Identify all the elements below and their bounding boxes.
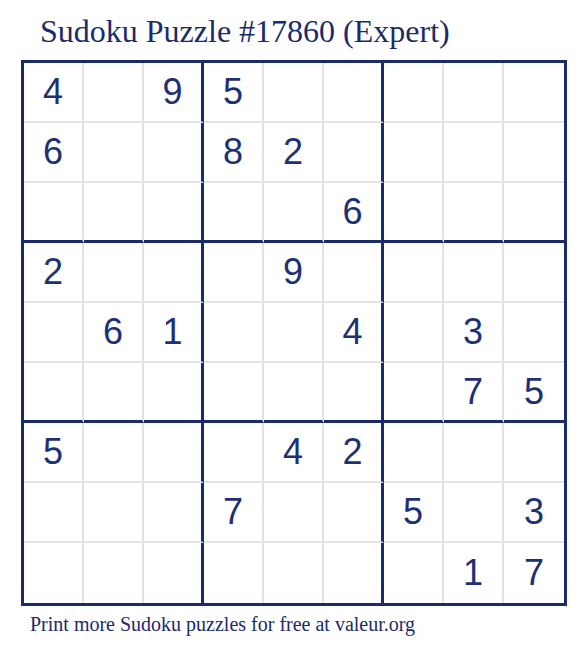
cell-r9c3 bbox=[144, 543, 204, 603]
cell-r8c9: 3 bbox=[504, 483, 564, 543]
cell-r8c8 bbox=[444, 483, 504, 543]
cell-r6c5 bbox=[264, 363, 324, 423]
cell-r2c8 bbox=[444, 123, 504, 183]
cell-r6c9: 5 bbox=[504, 363, 564, 423]
cell-r7c4 bbox=[204, 423, 264, 483]
cell-r5c3: 1 bbox=[144, 303, 204, 363]
cell-r6c8: 7 bbox=[444, 363, 504, 423]
cell-r2c7 bbox=[384, 123, 444, 183]
cell-r7c1: 5 bbox=[24, 423, 84, 483]
cell-r7c8 bbox=[444, 423, 504, 483]
cell-r7c5: 4 bbox=[264, 423, 324, 483]
cell-r7c7 bbox=[384, 423, 444, 483]
cell-r1c7 bbox=[384, 63, 444, 123]
cell-r9c6 bbox=[324, 543, 384, 603]
page-title: Sudoku Puzzle #17860 (Expert) bbox=[40, 13, 450, 49]
cell-r1c1: 4 bbox=[24, 63, 84, 123]
cell-r8c5 bbox=[264, 483, 324, 543]
cell-r8c6 bbox=[324, 483, 384, 543]
cell-r4c5: 9 bbox=[264, 243, 324, 303]
cell-r6c4 bbox=[204, 363, 264, 423]
cell-r8c3 bbox=[144, 483, 204, 543]
cell-r6c6 bbox=[324, 363, 384, 423]
cell-r5c1 bbox=[24, 303, 84, 363]
cell-r6c3 bbox=[144, 363, 204, 423]
cell-r5c9 bbox=[504, 303, 564, 363]
cell-r8c1 bbox=[24, 483, 84, 543]
cell-r8c4: 7 bbox=[204, 483, 264, 543]
cell-r5c5 bbox=[264, 303, 324, 363]
cell-r1c8 bbox=[444, 63, 504, 123]
cell-r4c6 bbox=[324, 243, 384, 303]
sudoku-board: 49568262961437554275317 bbox=[21, 60, 567, 606]
cell-r3c5 bbox=[264, 183, 324, 243]
cell-r9c7 bbox=[384, 543, 444, 603]
cell-r9c5 bbox=[264, 543, 324, 603]
cell-r2c5: 2 bbox=[264, 123, 324, 183]
cell-r1c5 bbox=[264, 63, 324, 123]
cell-r3c4 bbox=[204, 183, 264, 243]
cell-r4c8 bbox=[444, 243, 504, 303]
sudoku-page: Sudoku Puzzle #17860 (Expert) 4956826296… bbox=[0, 0, 580, 651]
cell-r3c6: 6 bbox=[324, 183, 384, 243]
cell-r9c4 bbox=[204, 543, 264, 603]
cell-r5c6: 4 bbox=[324, 303, 384, 363]
cell-r1c4: 5 bbox=[204, 63, 264, 123]
cell-r9c2 bbox=[84, 543, 144, 603]
cell-r2c2 bbox=[84, 123, 144, 183]
cell-r5c4 bbox=[204, 303, 264, 363]
cell-r3c1 bbox=[24, 183, 84, 243]
cell-r7c2 bbox=[84, 423, 144, 483]
cell-r4c4 bbox=[204, 243, 264, 303]
cell-r9c8: 1 bbox=[444, 543, 504, 603]
cell-r3c7 bbox=[384, 183, 444, 243]
cell-r2c9 bbox=[504, 123, 564, 183]
cell-r1c9 bbox=[504, 63, 564, 123]
cell-r3c2 bbox=[84, 183, 144, 243]
cell-r2c1: 6 bbox=[24, 123, 84, 183]
cell-r2c3 bbox=[144, 123, 204, 183]
footer-text: Print more Sudoku puzzles for free at va… bbox=[30, 612, 415, 636]
cell-r3c9 bbox=[504, 183, 564, 243]
cell-r4c1: 2 bbox=[24, 243, 84, 303]
cell-r2c6 bbox=[324, 123, 384, 183]
cell-r1c2 bbox=[84, 63, 144, 123]
cell-r7c9 bbox=[504, 423, 564, 483]
cell-r7c6: 2 bbox=[324, 423, 384, 483]
cell-r1c3: 9 bbox=[144, 63, 204, 123]
cell-r7c3 bbox=[144, 423, 204, 483]
cell-r9c1 bbox=[24, 543, 84, 603]
cell-r3c3 bbox=[144, 183, 204, 243]
cell-r6c7 bbox=[384, 363, 444, 423]
cell-r4c7 bbox=[384, 243, 444, 303]
cell-r8c7: 5 bbox=[384, 483, 444, 543]
cell-r5c8: 3 bbox=[444, 303, 504, 363]
cell-r1c6 bbox=[324, 63, 384, 123]
cell-r4c9 bbox=[504, 243, 564, 303]
cell-r4c3 bbox=[144, 243, 204, 303]
cell-r2c4: 8 bbox=[204, 123, 264, 183]
cell-r5c2: 6 bbox=[84, 303, 144, 363]
cell-r9c9: 7 bbox=[504, 543, 564, 603]
cell-r5c7 bbox=[384, 303, 444, 363]
cell-r4c2 bbox=[84, 243, 144, 303]
cell-r6c2 bbox=[84, 363, 144, 423]
cell-r8c2 bbox=[84, 483, 144, 543]
cell-r3c8 bbox=[444, 183, 504, 243]
cell-r6c1 bbox=[24, 363, 84, 423]
